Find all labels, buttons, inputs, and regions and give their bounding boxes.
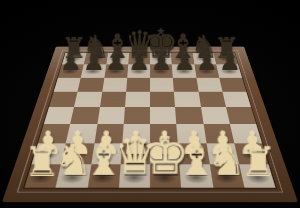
piece-black-pawn-c7: ♟ <box>105 15 128 70</box>
piece-shadow <box>181 149 205 160</box>
piece-shadow <box>130 55 147 61</box>
piece-black-bishop-f8: ♝ <box>172 5 194 58</box>
piece-white-pawn-f2: ♟ <box>179 83 208 154</box>
piece-shadow <box>123 149 146 160</box>
pieces-layer: ♜♞♝♛♚♝♞♜♟♟♟♟♟♟♟♟♟♟♟♟♟♟♟♟♜♞♝♛♚♝♞♜ <box>23 52 277 188</box>
piece-shadow <box>86 55 104 61</box>
piece-black-king-e8: ♚ <box>150 5 172 58</box>
piece-black-bishop-c8: ♝ <box>107 5 129 58</box>
piece-white-bishop-f1: ♝ <box>181 101 212 176</box>
piece-shadow <box>121 171 146 183</box>
piece-black-knight-g8: ♞ <box>193 5 215 58</box>
piece-shadow <box>152 171 177 183</box>
piece-shadow <box>174 68 193 75</box>
piece-shadow <box>244 171 272 183</box>
piece-white-queen-d1: ♛ <box>119 101 150 176</box>
piece-black-pawn-g7: ♟ <box>195 15 218 70</box>
piece-white-rook-a1: ♜ <box>27 101 58 176</box>
piece-shadow <box>216 55 235 61</box>
piece-black-knight-b8: ♞ <box>85 5 107 58</box>
piece-shadow <box>213 171 240 183</box>
piece-shadow <box>129 68 147 75</box>
piece-white-pawn-d2: ♟ <box>121 83 150 154</box>
piece-shadow <box>195 55 213 61</box>
piece-white-king-e1: ♚ <box>150 101 181 176</box>
piece-shadow <box>210 149 235 160</box>
scene: ♜♞♝♛♚♝♞♜♟♟♟♟♟♟♟♟♟♟♟♟♟♟♟♟♜♞♝♛♚♝♞♜ <box>0 0 300 208</box>
piece-black-rook-h8: ♜ <box>215 5 237 58</box>
piece-black-pawn-a7: ♟ <box>59 15 82 70</box>
piece-black-queen-d8: ♛ <box>128 5 150 58</box>
piece-shadow <box>34 149 60 160</box>
piece-shadow <box>152 55 169 61</box>
piece-shadow <box>238 149 264 160</box>
piece-shadow <box>83 68 102 75</box>
piece-white-pawn-b2: ♟ <box>63 83 92 154</box>
piece-white-rook-h1: ♜ <box>243 101 274 176</box>
piece-black-rook-a8: ♜ <box>63 5 85 58</box>
piece-white-pawn-e2: ♟ <box>150 83 179 154</box>
piece-shadow <box>152 149 175 160</box>
piece-shadow <box>197 68 216 75</box>
piece-white-pawn-a2: ♟ <box>34 83 63 154</box>
piece-shadow <box>27 171 55 183</box>
piece-black-pawn-e7: ♟ <box>150 15 173 70</box>
piece-shadow <box>152 68 170 75</box>
piece-shadow <box>60 68 80 75</box>
piece-shadow <box>108 55 126 61</box>
piece-black-pawn-b7: ♟ <box>82 15 105 70</box>
piece-white-knight-b1: ♞ <box>57 101 88 176</box>
piece-shadow <box>90 171 116 183</box>
piece-shadow <box>93 149 117 160</box>
piece-shadow <box>106 68 125 75</box>
chess-photo-viewport: ♜♞♝♛♚♝♞♜♟♟♟♟♟♟♟♟♟♟♟♟♟♟♟♟♜♞♝♛♚♝♞♜ <box>0 0 300 208</box>
piece-shadow <box>219 68 239 75</box>
piece-black-pawn-d7: ♟ <box>127 15 150 70</box>
piece-white-pawn-g2: ♟ <box>208 83 237 154</box>
piece-shadow <box>58 171 85 183</box>
piece-shadow <box>64 149 89 160</box>
piece-shadow <box>183 171 209 183</box>
piece-shadow <box>173 55 191 61</box>
piece-white-knight-g1: ♞ <box>212 101 243 176</box>
piece-white-pawn-c2: ♟ <box>92 83 121 154</box>
piece-black-pawn-h7: ♟ <box>218 15 241 70</box>
piece-black-pawn-f7: ♟ <box>173 15 196 70</box>
piece-white-bishop-c1: ♝ <box>88 101 119 176</box>
piece-shadow <box>64 55 83 61</box>
chess-board: ♜♞♝♛♚♝♞♜♟♟♟♟♟♟♟♟♟♟♟♟♟♟♟♟♜♞♝♛♚♝♞♜ <box>2 47 298 203</box>
piece-white-pawn-h2: ♟ <box>237 83 266 154</box>
